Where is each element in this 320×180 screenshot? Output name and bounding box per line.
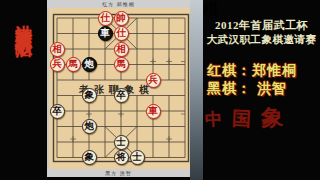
calligraphy-guo: 国: [231, 106, 251, 133]
piece-black-soldier[interactable]: 卒: [50, 104, 65, 119]
piece-red-elephant[interactable]: 相: [50, 42, 65, 57]
window-edge-divider: [190, 0, 203, 180]
piece-red-elephant[interactable]: 相: [114, 42, 129, 57]
video-frame: 洪智妙用双杯献酒 红方 郑惟桐: [0, 0, 320, 180]
black-player-label: 黑方 洪智: [47, 169, 190, 177]
piece-black-elephant[interactable]: 象: [82, 150, 97, 165]
red-player-name: 红棋：郑惟桐: [207, 62, 320, 80]
piece-black-advisor[interactable]: 士: [114, 135, 129, 150]
piece-black-cannon[interactable]: 炮: [82, 57, 97, 72]
piece-grid: 仕帥車仕相相兵馬炮馬兵象卒卒車炮士象将士: [49, 10, 193, 165]
xiangqi-board: 老张聊象棋 仕帥車仕相相兵馬炮馬兵象卒卒車炮士象将士: [49, 8, 190, 169]
event-info-panel: 2012年首届武工杯 大武汉职工象棋邀请赛 红棋：郑惟桐 黑棋： 洪智 中 国 …: [203, 0, 320, 180]
piece-red-chariot[interactable]: 車: [146, 104, 161, 119]
piece-red-horse[interactable]: 馬: [114, 57, 129, 72]
left-banner-panel: 洪智妙用双杯献酒: [0, 0, 47, 180]
piece-black-chariot[interactable]: 車: [98, 26, 113, 41]
event-title-line1: 2012年首届武工杯: [203, 18, 320, 33]
photo-bokeh: [203, 162, 219, 178]
calligraphy-xiang: 象: [260, 102, 284, 133]
piece-red-advisor[interactable]: 仕: [114, 26, 129, 41]
piece-black-king[interactable]: 将: [114, 150, 129, 165]
piece-red-king[interactable]: 帥: [114, 11, 129, 26]
board-footer-bar: [47, 177, 190, 180]
piece-black-cannon[interactable]: 炮: [82, 119, 97, 134]
red-player-label: 红方 郑惟桐: [47, 0, 190, 8]
piece-red-advisor[interactable]: 仕: [98, 11, 113, 26]
piece-red-soldier[interactable]: 兵: [146, 73, 161, 88]
piece-black-soldier[interactable]: 卒: [114, 88, 129, 103]
event-title-line2: 大武汉职工象棋邀请赛: [203, 33, 320, 47]
episode-title-vertical: 洪智妙用双杯献酒: [9, 11, 37, 173]
photo-bokeh: [203, 140, 225, 162]
piece-black-elephant[interactable]: 象: [82, 88, 97, 103]
black-player-name: 黑棋： 洪智: [207, 80, 320, 98]
xiangqi-app-window: 红方 郑惟桐: [47, 0, 190, 180]
piece-black-advisor[interactable]: 士: [130, 150, 145, 165]
piece-red-horse[interactable]: 馬: [66, 57, 81, 72]
seal-character: 棋: [203, 1, 219, 18]
piece-red-soldier[interactable]: 兵: [50, 57, 65, 72]
calligraphy-zhong: 中: [204, 107, 223, 131]
hand-photo: [203, 140, 320, 180]
